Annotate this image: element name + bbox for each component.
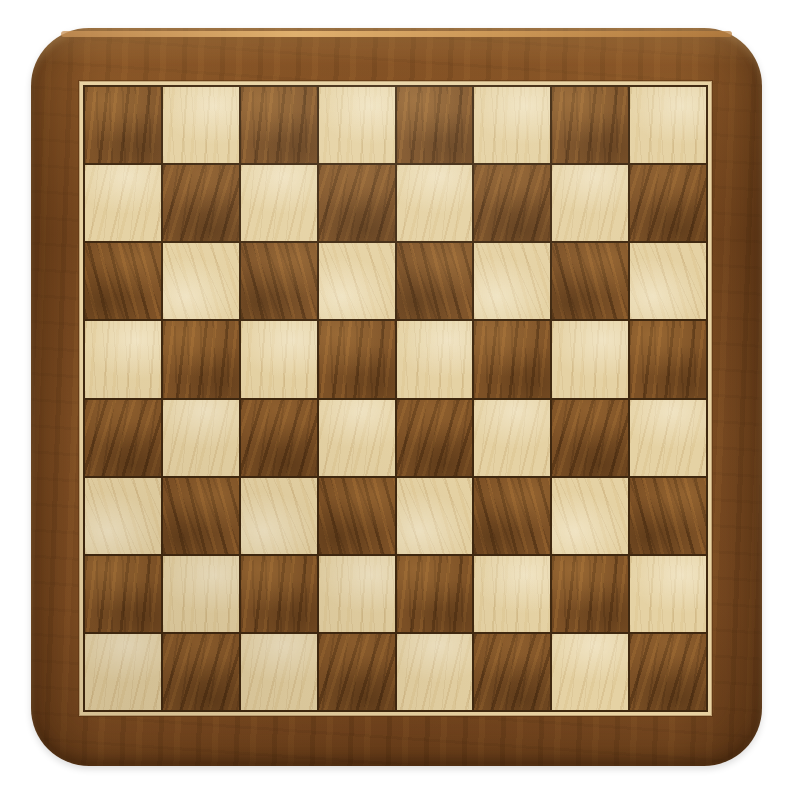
square-r2c3[interactable] bbox=[241, 165, 317, 241]
square-r4c4[interactable] bbox=[319, 321, 395, 397]
square-r5c3[interactable] bbox=[241, 400, 317, 476]
square-r6c5[interactable] bbox=[397, 478, 473, 554]
chess-board bbox=[31, 28, 762, 766]
board-grid bbox=[83, 85, 708, 712]
square-r8c3[interactable] bbox=[241, 634, 317, 710]
square-r6c1[interactable] bbox=[85, 478, 161, 554]
square-r3c2[interactable] bbox=[163, 243, 239, 319]
square-r7c4[interactable] bbox=[319, 556, 395, 632]
square-r2c1[interactable] bbox=[85, 165, 161, 241]
board-top-bevel bbox=[61, 31, 732, 37]
square-r5c5[interactable] bbox=[397, 400, 473, 476]
square-r8c6[interactable] bbox=[474, 634, 550, 710]
square-r4c1[interactable] bbox=[85, 321, 161, 397]
square-r8c1[interactable] bbox=[85, 634, 161, 710]
square-r5c7[interactable] bbox=[552, 400, 628, 476]
square-r7c7[interactable] bbox=[552, 556, 628, 632]
square-r6c4[interactable] bbox=[319, 478, 395, 554]
square-r7c3[interactable] bbox=[241, 556, 317, 632]
square-r4c8[interactable] bbox=[630, 321, 706, 397]
square-r3c8[interactable] bbox=[630, 243, 706, 319]
square-r8c2[interactable] bbox=[163, 634, 239, 710]
square-r3c1[interactable] bbox=[85, 243, 161, 319]
square-r1c4[interactable] bbox=[319, 87, 395, 163]
square-r1c8[interactable] bbox=[630, 87, 706, 163]
square-r6c7[interactable] bbox=[552, 478, 628, 554]
square-r3c3[interactable] bbox=[241, 243, 317, 319]
square-r2c7[interactable] bbox=[552, 165, 628, 241]
square-r5c6[interactable] bbox=[474, 400, 550, 476]
square-r2c6[interactable] bbox=[474, 165, 550, 241]
square-r8c8[interactable] bbox=[630, 634, 706, 710]
square-r4c2[interactable] bbox=[163, 321, 239, 397]
square-r4c6[interactable] bbox=[474, 321, 550, 397]
square-r6c3[interactable] bbox=[241, 478, 317, 554]
square-r3c6[interactable] bbox=[474, 243, 550, 319]
square-r1c7[interactable] bbox=[552, 87, 628, 163]
board-inlay-line bbox=[79, 81, 712, 716]
square-r8c4[interactable] bbox=[319, 634, 395, 710]
square-r6c2[interactable] bbox=[163, 478, 239, 554]
square-r5c1[interactable] bbox=[85, 400, 161, 476]
square-r1c5[interactable] bbox=[397, 87, 473, 163]
square-r5c4[interactable] bbox=[319, 400, 395, 476]
square-r8c5[interactable] bbox=[397, 634, 473, 710]
square-r2c4[interactable] bbox=[319, 165, 395, 241]
square-r7c6[interactable] bbox=[474, 556, 550, 632]
square-r7c5[interactable] bbox=[397, 556, 473, 632]
square-r8c7[interactable] bbox=[552, 634, 628, 710]
square-r1c2[interactable] bbox=[163, 87, 239, 163]
square-r3c5[interactable] bbox=[397, 243, 473, 319]
square-r3c4[interactable] bbox=[319, 243, 395, 319]
square-r2c8[interactable] bbox=[630, 165, 706, 241]
square-r1c3[interactable] bbox=[241, 87, 317, 163]
square-r5c8[interactable] bbox=[630, 400, 706, 476]
square-r5c2[interactable] bbox=[163, 400, 239, 476]
square-r7c1[interactable] bbox=[85, 556, 161, 632]
square-r1c1[interactable] bbox=[85, 87, 161, 163]
square-r6c8[interactable] bbox=[630, 478, 706, 554]
square-r3c7[interactable] bbox=[552, 243, 628, 319]
square-r2c5[interactable] bbox=[397, 165, 473, 241]
square-r6c6[interactable] bbox=[474, 478, 550, 554]
square-r4c5[interactable] bbox=[397, 321, 473, 397]
square-r7c2[interactable] bbox=[163, 556, 239, 632]
square-r4c7[interactable] bbox=[552, 321, 628, 397]
square-r1c6[interactable] bbox=[474, 87, 550, 163]
square-r4c3[interactable] bbox=[241, 321, 317, 397]
square-r7c8[interactable] bbox=[630, 556, 706, 632]
square-r2c2[interactable] bbox=[163, 165, 239, 241]
